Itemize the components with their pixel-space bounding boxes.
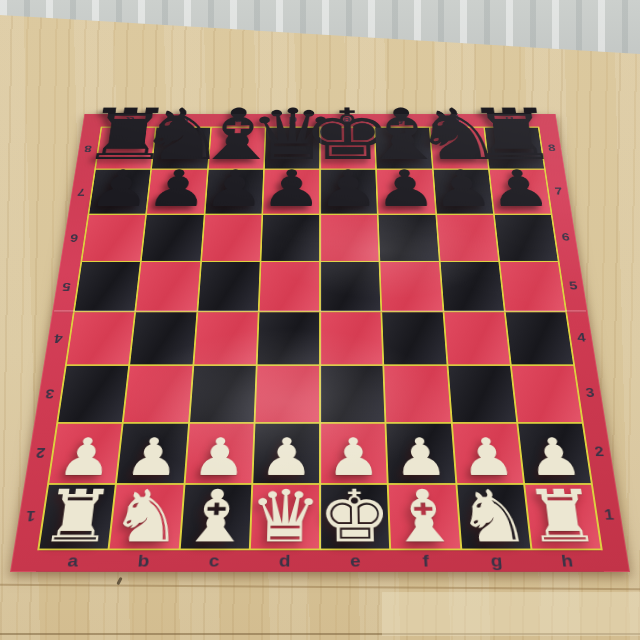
chess-board: abcdefgh abcdefgh 87654321 87654321 ♜♞♝♛…	[10, 114, 630, 572]
square-d5[interactable]	[259, 262, 319, 311]
square-g6[interactable]	[437, 214, 498, 260]
piece-white-rook[interactable]: ♜	[522, 484, 604, 551]
square-g3[interactable]	[448, 366, 516, 422]
piece-black-pawn[interactable]: ♟	[260, 166, 323, 212]
piece-black-pawn[interactable]: ♟	[318, 166, 381, 212]
piece-black-rook[interactable]: ♜	[464, 103, 562, 168]
square-d4[interactable]	[257, 312, 319, 364]
wall-background	[0, 0, 640, 70]
piece-black-pawn[interactable]: ♟	[374, 166, 438, 212]
square-g5[interactable]	[440, 262, 503, 311]
square-d6[interactable]	[261, 214, 319, 260]
square-b5[interactable]	[136, 262, 199, 311]
board-border: abcdefgh abcdefgh 87654321 87654321 ♜♞♝♛…	[10, 114, 630, 572]
wood-plank	[382, 592, 640, 636]
square-h3[interactable]	[512, 366, 582, 422]
piece-white-bishop[interactable]: ♝	[386, 484, 463, 551]
photo-scene: abcdefgh abcdefgh 87654321 87654321 ♜♞♝♛…	[0, 0, 640, 640]
piece-white-bishop[interactable]: ♝	[177, 484, 254, 551]
square-c1[interactable]: ♝	[180, 485, 251, 549]
square-b3[interactable]	[124, 366, 192, 422]
piece-black-pawn[interactable]: ♟	[202, 166, 266, 212]
square-d7[interactable]: ♟	[263, 170, 319, 213]
square-f5[interactable]	[381, 262, 443, 311]
square-f4[interactable]	[382, 312, 446, 364]
square-h4[interactable]	[506, 312, 574, 364]
square-c6[interactable]	[202, 214, 262, 260]
piece-white-rook[interactable]: ♜	[36, 484, 118, 551]
square-e7[interactable]: ♟	[321, 170, 377, 213]
piece-white-queen[interactable]: ♛	[248, 484, 322, 551]
piece-white-king[interactable]: ♚	[318, 484, 392, 551]
square-h7[interactable]: ♟	[490, 170, 551, 213]
square-a6[interactable]	[82, 214, 145, 260]
square-a4[interactable]	[67, 312, 135, 364]
square-d3[interactable]	[255, 366, 319, 422]
square-b6[interactable]	[142, 214, 203, 260]
square-f6[interactable]	[379, 214, 439, 260]
square-e4[interactable]	[321, 312, 383, 364]
square-c3[interactable]	[190, 366, 256, 422]
square-d1[interactable]: ♛	[251, 485, 319, 549]
square-e6[interactable]	[321, 214, 379, 260]
square-c7[interactable]: ♟	[205, 170, 263, 213]
square-e3[interactable]	[321, 366, 385, 422]
square-a3[interactable]	[58, 366, 128, 422]
square-c4[interactable]	[194, 312, 258, 364]
square-h5[interactable]	[500, 262, 565, 311]
square-g4[interactable]	[444, 312, 510, 364]
square-h1[interactable]: ♜	[525, 485, 601, 549]
piece-black-pawn[interactable]: ♟	[144, 166, 210, 212]
piece-white-knight[interactable]: ♞	[107, 484, 186, 551]
square-f1[interactable]: ♝	[389, 485, 460, 549]
square-a1[interactable]: ♜	[39, 485, 115, 549]
square-g1[interactable]: ♞	[457, 485, 530, 549]
square-c5[interactable]	[198, 262, 260, 311]
square-f7[interactable]: ♟	[377, 170, 435, 213]
square-b1[interactable]: ♞	[110, 485, 183, 549]
square-g7[interactable]: ♟	[433, 170, 493, 213]
square-b4[interactable]	[130, 312, 196, 364]
piece-black-pawn[interactable]: ♟	[486, 166, 554, 212]
square-h6[interactable]	[495, 214, 558, 260]
square-f3[interactable]	[384, 366, 450, 422]
square-e1[interactable]: ♚	[321, 485, 389, 549]
square-b7[interactable]: ♟	[147, 170, 207, 213]
wood-plank-seam	[0, 584, 640, 590]
board-grid: ♜♞♝♛♚♝♞♜♟♟♟♟♟♟♟♟♟♟♟♟♟♟♟♟♜♞♝♛♚♝♞♜	[37, 127, 603, 551]
square-e5[interactable]	[321, 262, 381, 311]
square-a5[interactable]	[75, 262, 140, 311]
piece-white-knight[interactable]: ♞	[454, 484, 533, 551]
square-a7[interactable]: ♟	[89, 170, 150, 213]
